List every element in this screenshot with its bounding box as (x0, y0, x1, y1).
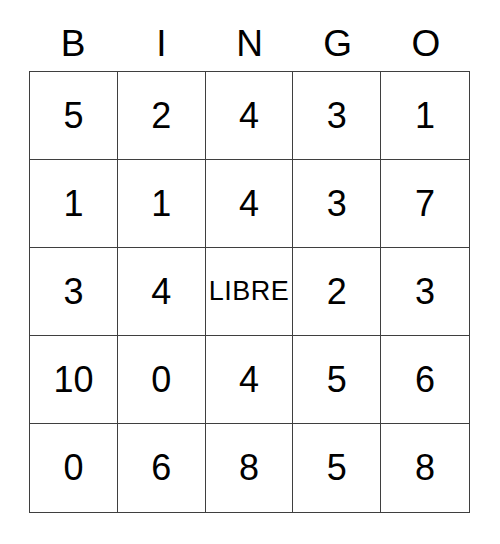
cell-r5c3[interactable]: 8 (206, 424, 294, 512)
cell-r1c5[interactable]: 1 (381, 72, 469, 160)
cell-r5c2[interactable]: 6 (118, 424, 206, 512)
free-cell[interactable]: LIBRE (206, 248, 294, 336)
cell-r2c5[interactable]: 7 (381, 160, 469, 248)
cell-r4c1[interactable]: 10 (30, 336, 118, 424)
cell-r4c5[interactable]: 6 (381, 336, 469, 424)
cell-r3c5[interactable]: 3 (381, 248, 469, 336)
cell-r3c1[interactable]: 3 (30, 248, 118, 336)
header-letter-o: O (382, 25, 470, 71)
cell-r4c4[interactable]: 5 (293, 336, 381, 424)
cell-r3c2[interactable]: 4 (118, 248, 206, 336)
cell-r3c4[interactable]: 2 (293, 248, 381, 336)
header-letter-i: I (117, 25, 205, 71)
header-letter-b: B (29, 25, 117, 71)
cell-r5c4[interactable]: 5 (293, 424, 381, 512)
cell-r2c3[interactable]: 4 (206, 160, 294, 248)
cell-r1c4[interactable]: 3 (293, 72, 381, 160)
cell-r2c4[interactable]: 3 (293, 160, 381, 248)
cell-r2c2[interactable]: 1 (118, 160, 206, 248)
header-letter-n: N (205, 25, 293, 71)
header-letter-g: G (294, 25, 382, 71)
bingo-header-row: BINGO (29, 0, 470, 71)
cell-r5c5[interactable]: 8 (381, 424, 469, 512)
bingo-card: BINGO 524311143734LIBRE2310045606858 (29, 0, 470, 513)
cell-r5c1[interactable]: 0 (30, 424, 118, 512)
cell-r1c3[interactable]: 4 (206, 72, 294, 160)
cell-r2c1[interactable]: 1 (30, 160, 118, 248)
cell-r4c2[interactable]: 0 (118, 336, 206, 424)
bingo-grid: 524311143734LIBRE2310045606858 (29, 71, 470, 513)
cell-r1c1[interactable]: 5 (30, 72, 118, 160)
cell-r4c3[interactable]: 4 (206, 336, 294, 424)
cell-r1c2[interactable]: 2 (118, 72, 206, 160)
